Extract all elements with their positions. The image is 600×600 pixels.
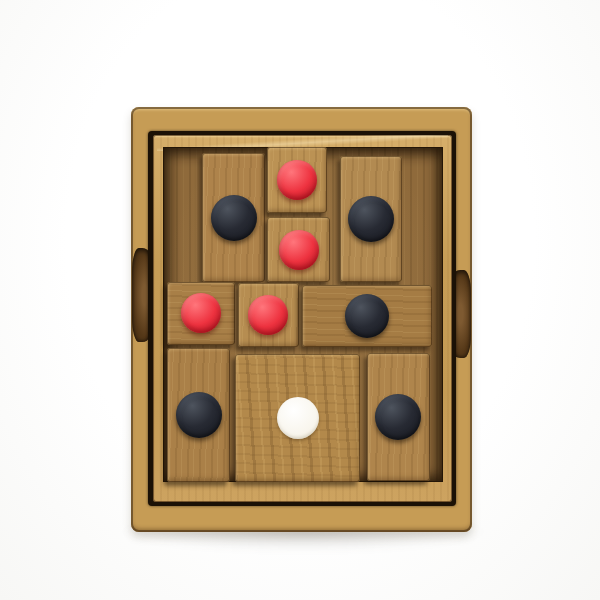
- red-peg: [277, 160, 317, 200]
- outer-box: [131, 107, 472, 532]
- piece-small-block-middle-center[interactable]: [238, 283, 299, 347]
- piece-horizontal-block-middle-right[interactable]: [302, 285, 432, 347]
- red-peg: [279, 230, 319, 270]
- piece-vertical-block-top-left[interactable]: [202, 153, 265, 282]
- red-peg: [181, 293, 221, 333]
- black-peg: [176, 392, 222, 438]
- piece-small-block-top-upper[interactable]: [267, 147, 327, 213]
- play-area: [163, 147, 443, 482]
- piece-vertical-block-bottom-left[interactable]: [167, 348, 230, 482]
- black-peg: [345, 294, 389, 338]
- red-peg: [248, 295, 288, 335]
- piece-small-block-top-lower[interactable]: [267, 217, 330, 281]
- piece-king-block[interactable]: [235, 354, 360, 482]
- piece-vertical-block-top-right[interactable]: [340, 156, 402, 281]
- piece-vertical-block-bottom-right[interactable]: [367, 353, 430, 480]
- sliding-tray: [153, 135, 452, 502]
- black-peg: [348, 196, 394, 242]
- white-peg: [277, 397, 319, 439]
- black-peg: [375, 394, 421, 440]
- piece-small-block-middle-left[interactable]: [167, 282, 235, 345]
- pieces-layer: [163, 147, 443, 482]
- puzzle-photo: [0, 0, 600, 600]
- black-peg: [211, 195, 257, 241]
